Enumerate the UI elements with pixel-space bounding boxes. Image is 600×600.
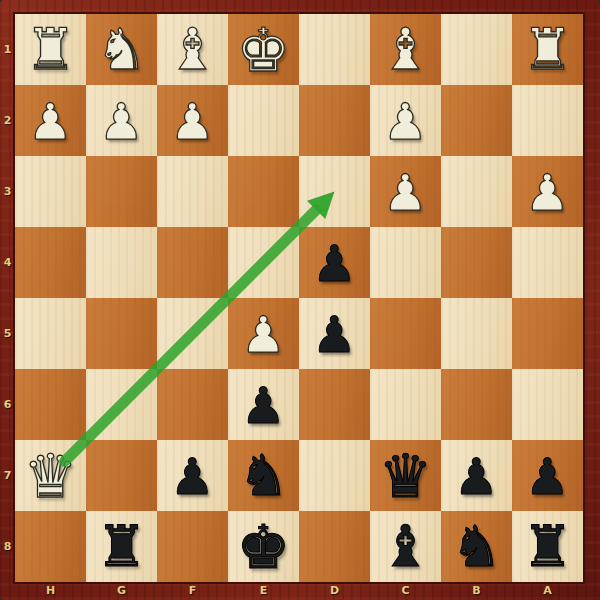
square-c7[interactable]: ♛ bbox=[370, 440, 441, 511]
square-b8[interactable]: ♞ bbox=[441, 511, 512, 582]
piece-black-knight[interactable]: ♞ bbox=[451, 518, 502, 575]
file-label-h: H bbox=[41, 582, 61, 600]
file-label-e: E bbox=[254, 582, 274, 600]
piece-white-pawn[interactable]: ♟ bbox=[525, 168, 570, 218]
rank-label-1: 1 bbox=[0, 14, 15, 85]
piece-black-pawn[interactable]: ♟ bbox=[241, 381, 286, 431]
square-a4[interactable] bbox=[512, 227, 583, 298]
piece-white-pawn[interactable]: ♟ bbox=[383, 168, 428, 218]
square-b1[interactable] bbox=[441, 14, 512, 85]
square-b7[interactable]: ♟ bbox=[441, 440, 512, 511]
piece-white-pawn[interactable]: ♟ bbox=[28, 97, 73, 147]
square-a5[interactable] bbox=[512, 298, 583, 369]
rank-label-4: 4 bbox=[0, 227, 15, 298]
rank-label-6: 6 bbox=[0, 369, 15, 440]
chess-board: ♜♞♝♚♝♜♟♟♟♟♟♟♟♟♟♟♛♟♞♛♟♟♜♚♝♞♜ bbox=[15, 14, 583, 582]
square-d2[interactable] bbox=[299, 85, 370, 156]
square-h5[interactable] bbox=[15, 298, 86, 369]
square-g2[interactable]: ♟ bbox=[86, 85, 157, 156]
square-b2[interactable] bbox=[441, 85, 512, 156]
square-c8[interactable]: ♝ bbox=[370, 511, 441, 582]
square-f4[interactable] bbox=[157, 227, 228, 298]
square-c2[interactable]: ♟ bbox=[370, 85, 441, 156]
piece-white-pawn[interactable]: ♟ bbox=[170, 97, 215, 147]
file-label-a: A bbox=[538, 582, 558, 600]
square-e6[interactable]: ♟ bbox=[228, 369, 299, 440]
rank-label-8: 8 bbox=[0, 511, 15, 582]
square-e1[interactable]: ♚ bbox=[228, 14, 299, 85]
piece-black-rook[interactable]: ♜ bbox=[96, 518, 147, 575]
square-d8[interactable] bbox=[299, 511, 370, 582]
piece-white-rook[interactable]: ♜ bbox=[522, 21, 573, 78]
square-g1[interactable]: ♞ bbox=[86, 14, 157, 85]
square-e2[interactable] bbox=[228, 85, 299, 156]
square-a2[interactable] bbox=[512, 85, 583, 156]
square-h2[interactable]: ♟ bbox=[15, 85, 86, 156]
piece-black-pawn[interactable]: ♟ bbox=[525, 452, 570, 502]
square-d4[interactable]: ♟ bbox=[299, 227, 370, 298]
square-g6[interactable] bbox=[86, 369, 157, 440]
square-g8[interactable]: ♜ bbox=[86, 511, 157, 582]
square-c3[interactable]: ♟ bbox=[370, 156, 441, 227]
file-label-b: B bbox=[467, 582, 487, 600]
piece-white-queen[interactable]: ♛ bbox=[24, 446, 78, 506]
piece-white-pawn[interactable]: ♟ bbox=[383, 97, 428, 147]
square-g4[interactable] bbox=[86, 227, 157, 298]
square-b6[interactable] bbox=[441, 369, 512, 440]
square-a8[interactable]: ♜ bbox=[512, 511, 583, 582]
square-g5[interactable] bbox=[86, 298, 157, 369]
square-c5[interactable] bbox=[370, 298, 441, 369]
square-e3[interactable] bbox=[228, 156, 299, 227]
piece-black-knight[interactable]: ♞ bbox=[238, 447, 289, 504]
square-d1[interactable] bbox=[299, 14, 370, 85]
square-h8[interactable] bbox=[15, 511, 86, 582]
square-d6[interactable] bbox=[299, 369, 370, 440]
square-h1[interactable]: ♜ bbox=[15, 14, 86, 85]
square-h6[interactable] bbox=[15, 369, 86, 440]
rank-label-5: 5 bbox=[0, 298, 15, 369]
piece-white-knight[interactable]: ♞ bbox=[96, 21, 147, 78]
piece-white-rook[interactable]: ♜ bbox=[25, 21, 76, 78]
square-f7[interactable]: ♟ bbox=[157, 440, 228, 511]
chessboard-frame: ♜♞♝♚♝♜♟♟♟♟♟♟♟♟♟♟♛♟♞♛♟♟♜♚♝♞♜ 12345678HGFE… bbox=[0, 0, 600, 600]
square-c6[interactable] bbox=[370, 369, 441, 440]
square-h7[interactable]: ♛ bbox=[15, 440, 86, 511]
file-label-f: F bbox=[183, 582, 203, 600]
rank-label-7: 7 bbox=[0, 440, 15, 511]
square-a3[interactable]: ♟ bbox=[512, 156, 583, 227]
square-f8[interactable] bbox=[157, 511, 228, 582]
square-e5[interactable]: ♟ bbox=[228, 298, 299, 369]
square-g7[interactable] bbox=[86, 440, 157, 511]
piece-white-pawn[interactable]: ♟ bbox=[99, 97, 144, 147]
rank-label-3: 3 bbox=[0, 156, 15, 227]
piece-white-bishop[interactable]: ♝ bbox=[380, 21, 431, 78]
piece-black-pawn[interactable]: ♟ bbox=[312, 310, 357, 360]
square-a6[interactable] bbox=[512, 369, 583, 440]
square-f5[interactable] bbox=[157, 298, 228, 369]
piece-white-bishop[interactable]: ♝ bbox=[167, 21, 218, 78]
piece-white-king[interactable]: ♚ bbox=[237, 20, 291, 80]
square-f6[interactable] bbox=[157, 369, 228, 440]
piece-black-pawn[interactable]: ♟ bbox=[454, 452, 499, 502]
rank-label-2: 2 bbox=[0, 85, 15, 156]
square-e4[interactable] bbox=[228, 227, 299, 298]
square-d3[interactable] bbox=[299, 156, 370, 227]
file-label-d: D bbox=[325, 582, 345, 600]
piece-black-queen[interactable]: ♛ bbox=[379, 446, 433, 506]
square-b3[interactable] bbox=[441, 156, 512, 227]
square-b4[interactable] bbox=[441, 227, 512, 298]
square-h4[interactable] bbox=[15, 227, 86, 298]
square-e7[interactable]: ♞ bbox=[228, 440, 299, 511]
square-a1[interactable]: ♜ bbox=[512, 14, 583, 85]
file-label-c: C bbox=[396, 582, 416, 600]
piece-black-king[interactable]: ♚ bbox=[237, 517, 291, 577]
square-c4[interactable] bbox=[370, 227, 441, 298]
square-f1[interactable]: ♝ bbox=[157, 14, 228, 85]
square-f3[interactable] bbox=[157, 156, 228, 227]
square-e8[interactable]: ♚ bbox=[228, 511, 299, 582]
file-label-g: G bbox=[112, 582, 132, 600]
piece-black-bishop[interactable]: ♝ bbox=[380, 518, 431, 575]
square-a7[interactable]: ♟ bbox=[512, 440, 583, 511]
square-f2[interactable]: ♟ bbox=[157, 85, 228, 156]
square-d7[interactable] bbox=[299, 440, 370, 511]
square-g3[interactable] bbox=[86, 156, 157, 227]
piece-black-pawn[interactable]: ♟ bbox=[170, 452, 215, 502]
square-h3[interactable] bbox=[15, 156, 86, 227]
square-d5[interactable]: ♟ bbox=[299, 298, 370, 369]
square-c1[interactable]: ♝ bbox=[370, 14, 441, 85]
square-b5[interactable] bbox=[441, 298, 512, 369]
piece-white-pawn[interactable]: ♟ bbox=[241, 310, 286, 360]
piece-black-rook[interactable]: ♜ bbox=[522, 518, 573, 575]
piece-black-pawn[interactable]: ♟ bbox=[312, 239, 357, 289]
